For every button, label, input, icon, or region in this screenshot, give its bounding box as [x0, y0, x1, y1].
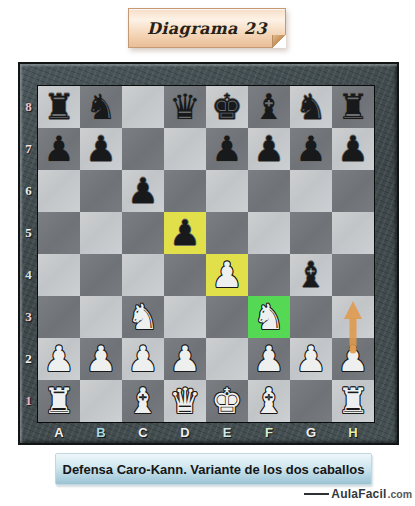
square-g2[interactable]: ♟ — [290, 338, 332, 380]
file-label-g: G — [290, 423, 332, 442]
piece-white-pawn: ♟ — [211, 254, 242, 296]
square-c8[interactable] — [122, 86, 164, 128]
piece-white-pawn: ♟ — [295, 338, 326, 380]
piece-white-rook: ♜ — [43, 380, 74, 422]
square-f2[interactable]: ♟ — [248, 338, 290, 380]
file-label-f: F — [248, 423, 290, 442]
square-c2[interactable]: ♟ — [122, 338, 164, 380]
square-b8[interactable]: ♞ — [80, 86, 122, 128]
square-d6[interactable] — [164, 170, 206, 212]
square-g7[interactable]: ♟ — [290, 128, 332, 170]
square-c1[interactable]: ♝ — [122, 380, 164, 422]
piece-black-knight: ♞ — [85, 86, 116, 128]
piece-white-rook: ♜ — [337, 380, 368, 422]
piece-black-pawn: ♟ — [85, 128, 116, 170]
piece-black-bishop: ♝ — [253, 86, 284, 128]
file-label-c: C — [122, 423, 164, 442]
square-a3[interactable] — [38, 296, 80, 338]
rank-labels: 87654321 — [20, 86, 37, 422]
square-e4[interactable]: ♟ — [206, 254, 248, 296]
rank-label-3: 3 — [20, 296, 37, 338]
file-label-d: D — [164, 423, 206, 442]
square-g6[interactable] — [290, 170, 332, 212]
square-d4[interactable] — [164, 254, 206, 296]
square-h6[interactable] — [332, 170, 374, 212]
square-f4[interactable] — [248, 254, 290, 296]
piece-black-pawn: ♟ — [43, 128, 74, 170]
square-d1[interactable]: ♛ — [164, 380, 206, 422]
square-g3[interactable] — [290, 296, 332, 338]
brand-name: AulaFacil — [331, 487, 386, 501]
piece-black-pawn: ♟ — [211, 128, 242, 170]
piece-white-pawn: ♟ — [85, 338, 116, 380]
piece-white-bishop: ♝ — [253, 380, 284, 422]
square-e6[interactable] — [206, 170, 248, 212]
square-b1[interactable] — [80, 380, 122, 422]
piece-black-rook: ♜ — [43, 86, 74, 128]
square-h7[interactable]: ♟ — [332, 128, 374, 170]
square-g8[interactable]: ♞ — [290, 86, 332, 128]
piece-white-pawn: ♟ — [253, 338, 284, 380]
piece-black-pawn: ♟ — [295, 128, 326, 170]
square-h1[interactable]: ♜ — [332, 380, 374, 422]
file-label-a: A — [38, 423, 80, 442]
piece-white-knight: ♞ — [127, 296, 158, 338]
brand-tld: .com — [387, 488, 412, 500]
square-a4[interactable] — [38, 254, 80, 296]
rank-label-1: 1 — [20, 380, 37, 422]
chess-board: ♜♞♛♚♝♞♜♟♟♟♟♟♟♟♟♟♝♞♞♟♟♟♟♟♟♟♜♝♛♚♝♜ — [37, 85, 375, 423]
square-d3[interactable] — [164, 296, 206, 338]
square-f7[interactable]: ♟ — [248, 128, 290, 170]
board-area: ♜♞♛♚♝♞♜♟♟♟♟♟♟♟♟♟♝♞♞♟♟♟♟♟♟♟♜♝♛♚♝♜ — [37, 85, 375, 423]
rank-label-6: 6 — [20, 170, 37, 212]
chess-board-frame: 87654321 ♜♞♛♚♝♞♜♟♟♟♟♟♟♟♟♟♝♞♞♟♟♟♟♟♟♟♜♝♛♚♝… — [18, 62, 399, 445]
piece-white-queen: ♛ — [169, 380, 200, 422]
square-b3[interactable] — [80, 296, 122, 338]
square-f6[interactable] — [248, 170, 290, 212]
piece-black-king: ♚ — [211, 86, 242, 128]
square-e3[interactable] — [206, 296, 248, 338]
file-labels: ABCDEFGH — [37, 423, 376, 442]
square-a1[interactable]: ♜ — [38, 380, 80, 422]
piece-black-queen: ♛ — [169, 86, 200, 128]
piece-black-pawn: ♟ — [337, 128, 368, 170]
rank-label-8: 8 — [20, 86, 37, 128]
square-b2[interactable]: ♟ — [80, 338, 122, 380]
branding: AulaFacil.com — [304, 487, 412, 501]
square-d8[interactable]: ♛ — [164, 86, 206, 128]
square-f8[interactable]: ♝ — [248, 86, 290, 128]
square-e1[interactable]: ♚ — [206, 380, 248, 422]
piece-white-pawn: ♟ — [127, 338, 158, 380]
file-label-h: H — [332, 423, 374, 442]
piece-black-pawn: ♟ — [253, 128, 284, 170]
piece-white-pawn: ♟ — [169, 338, 200, 380]
square-e5[interactable] — [206, 212, 248, 254]
square-b4[interactable] — [80, 254, 122, 296]
piece-white-pawn: ♟ — [337, 338, 368, 380]
square-g5[interactable] — [290, 212, 332, 254]
square-b7[interactable]: ♟ — [80, 128, 122, 170]
square-h3[interactable] — [332, 296, 374, 338]
piece-white-knight: ♞ — [253, 296, 284, 338]
rank-label-5: 5 — [20, 212, 37, 254]
square-e2[interactable] — [206, 338, 248, 380]
square-f3[interactable]: ♞ — [248, 296, 290, 338]
brand-line-decoration — [304, 493, 329, 495]
piece-black-rook: ♜ — [337, 86, 368, 128]
piece-white-king: ♚ — [211, 380, 242, 422]
square-b6[interactable] — [80, 170, 122, 212]
file-label-e: E — [206, 423, 248, 442]
piece-black-bishop: ♝ — [295, 254, 326, 296]
square-c5[interactable] — [122, 212, 164, 254]
square-h8[interactable]: ♜ — [332, 86, 374, 128]
caption-box: Defensa Caro-Kann. Variante de los dos c… — [55, 453, 372, 485]
piece-white-bishop: ♝ — [127, 380, 158, 422]
rank-label-7: 7 — [20, 128, 37, 170]
page-fold-decoration — [272, 35, 286, 48]
caption-text: Defensa Caro-Kann. Variante de los dos c… — [63, 462, 365, 477]
square-f1[interactable]: ♝ — [248, 380, 290, 422]
square-c3[interactable]: ♞ — [122, 296, 164, 338]
square-h2[interactable]: ♟ — [332, 338, 374, 380]
square-h5[interactable] — [332, 212, 374, 254]
square-a6[interactable] — [38, 170, 80, 212]
square-e8[interactable]: ♚ — [206, 86, 248, 128]
square-a7[interactable]: ♟ — [38, 128, 80, 170]
piece-black-pawn: ♟ — [127, 170, 158, 212]
piece-black-pawn: ♟ — [169, 212, 200, 254]
square-d7[interactable] — [164, 128, 206, 170]
piece-black-knight: ♞ — [295, 86, 326, 128]
square-g1[interactable] — [290, 380, 332, 422]
rank-label-4: 4 — [20, 254, 37, 296]
piece-white-pawn: ♟ — [43, 338, 74, 380]
square-a5[interactable] — [38, 212, 80, 254]
diagram-title-plaque: Diagrama 23 — [128, 8, 286, 48]
square-f5[interactable] — [248, 212, 290, 254]
square-h4[interactable] — [332, 254, 374, 296]
square-b5[interactable] — [80, 212, 122, 254]
rank-label-2: 2 — [20, 338, 37, 380]
square-g4[interactable]: ♝ — [290, 254, 332, 296]
square-a2[interactable]: ♟ — [38, 338, 80, 380]
square-d2[interactable]: ♟ — [164, 338, 206, 380]
file-label-b: B — [80, 423, 122, 442]
square-c6[interactable]: ♟ — [122, 170, 164, 212]
square-e7[interactable]: ♟ — [206, 128, 248, 170]
diagram-title: Diagrama 23 — [147, 19, 267, 38]
square-c4[interactable] — [122, 254, 164, 296]
square-a8[interactable]: ♜ — [38, 86, 80, 128]
square-c7[interactable] — [122, 128, 164, 170]
square-d5[interactable]: ♟ — [164, 212, 206, 254]
